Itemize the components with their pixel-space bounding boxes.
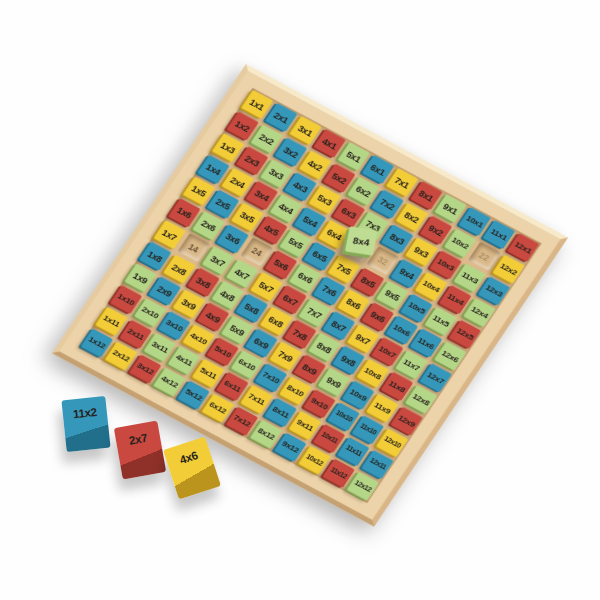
cube-12x12[interactable]: 12x12 [347,472,380,501]
loose-cube-11x2[interactable]: 11x2 [61,396,110,452]
slot-answer: 24 [250,246,264,258]
slot-answer: 22 [477,250,491,262]
slot-answer: 14 [187,241,201,253]
loose-cube-4x6[interactable]: 4x6 [163,436,221,499]
loose-cube-2x7[interactable]: 2x7 [114,421,166,480]
loose-cube-label: 2x7 [128,432,153,478]
loose-cube-label: 11x2 [72,406,100,451]
displaced-cube-8x4[interactable]: 8x4 [345,226,378,255]
table-surface: 1x12x13x14x15x16x17x18x19x110x111x112x11… [0,0,600,600]
loose-cube-label: 4x6 [178,449,209,496]
slot-answer: 32 [376,254,390,266]
